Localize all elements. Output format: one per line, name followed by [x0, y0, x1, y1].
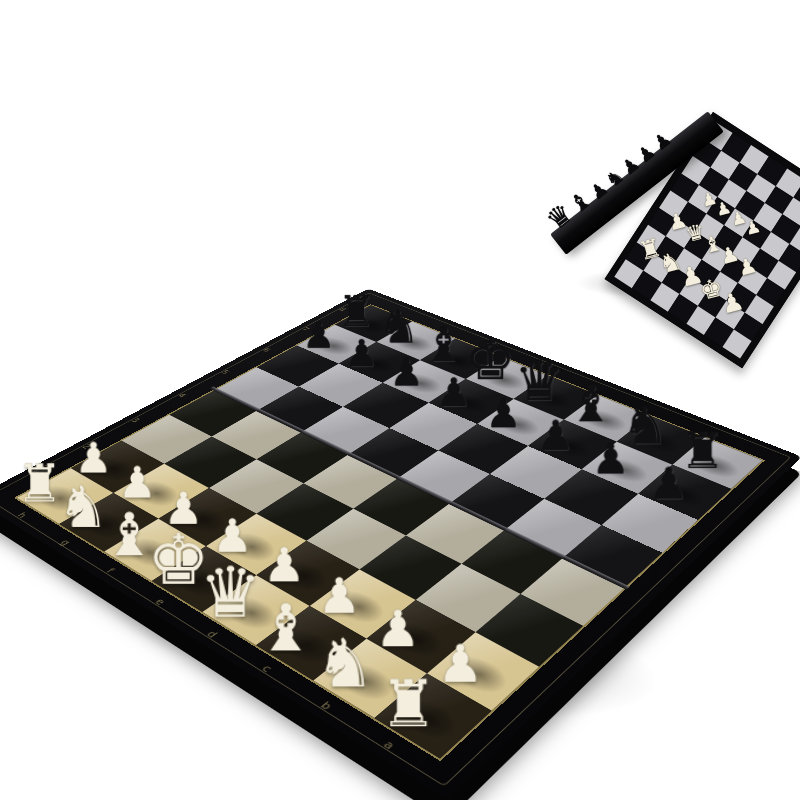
file-label: c — [260, 663, 275, 673]
file-label: g — [58, 538, 72, 547]
product-photo: ♜♞♝♚♛♝♞♜♟♟♟♟♟♟♟♟♟♟♟♟♟♟♟♟♜♞♝♚♛♝♞♜ hgfedcb… — [0, 0, 800, 800]
piece-white-rook: ♜ — [366, 672, 451, 736]
inset-folded-board: ♟♟♟♟♟♛♝♟♟♜♞♟♚♟ ♛♝♟♞♟♟♟ — [535, 82, 800, 322]
inset-white-pawn: ♟ — [718, 288, 746, 318]
rank-label: 4 — [176, 392, 188, 398]
file-label: e — [153, 597, 168, 606]
file-label: a — [381, 739, 397, 751]
rank-label: 3 — [129, 417, 141, 424]
file-label: b — [318, 700, 334, 712]
inset-white-pawn: ♟ — [743, 218, 762, 238]
file-label: f — [104, 567, 116, 575]
file-label: h — [15, 511, 29, 519]
file-label: d — [204, 629, 219, 639]
inset-white-pawn: ♟ — [736, 255, 760, 280]
rank-label: 5 — [220, 369, 231, 375]
piece-black-pawn: ♟ — [635, 462, 703, 505]
rank-label: 6 — [261, 347, 272, 352]
